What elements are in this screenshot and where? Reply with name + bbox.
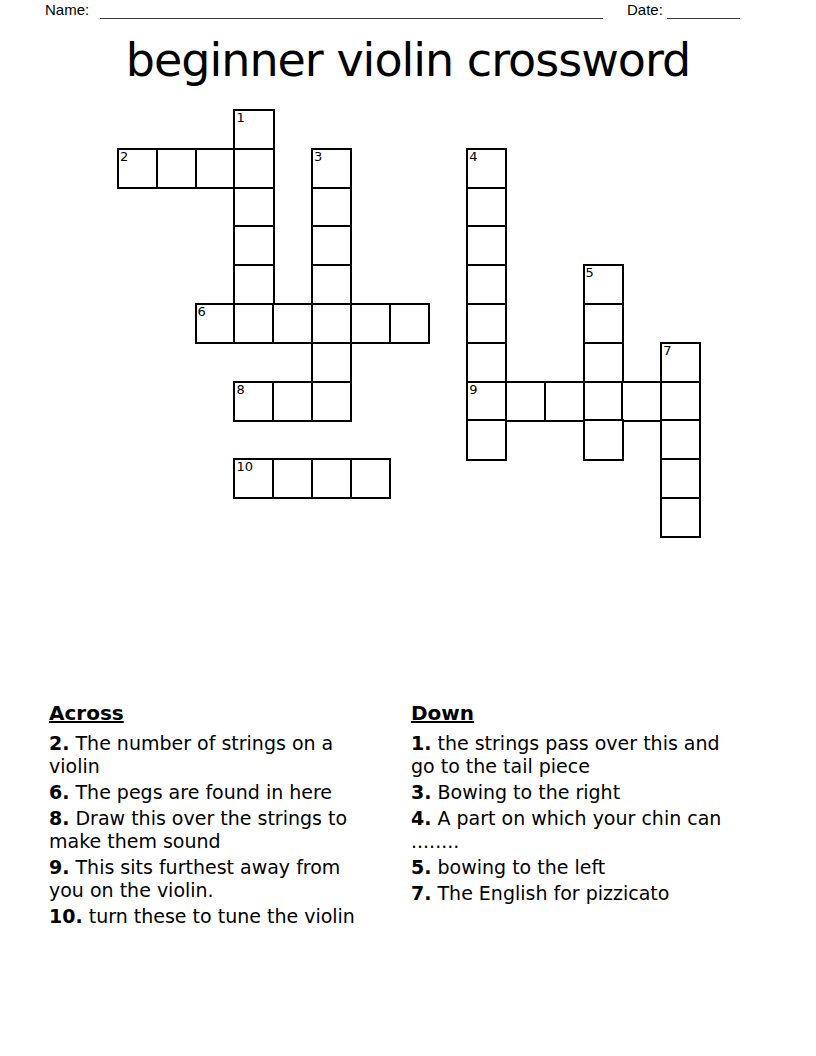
grid-cell-r9c5[interactable] xyxy=(311,458,352,499)
grid-cell-r4c12[interactable]: 5 xyxy=(583,264,624,305)
clue-number: 7. xyxy=(411,882,431,904)
across-clues-section: Across 2. The number of strings on a vio… xyxy=(49,701,381,931)
grid-cell-r6c5[interactable] xyxy=(311,342,352,383)
cell-number-5: 5 xyxy=(586,265,594,280)
across-clue-8: 8. Draw this over the strings to make th… xyxy=(49,807,381,853)
cell-number-3: 3 xyxy=(314,149,322,164)
cell-number-9: 9 xyxy=(469,382,477,397)
cell-number-4: 4 xyxy=(469,149,477,164)
cell-number-7: 7 xyxy=(663,343,671,358)
grid-cell-r9c14[interactable] xyxy=(660,458,701,499)
grid-cell-r6c12[interactable] xyxy=(583,342,624,383)
grid-cell-r2c3[interactable] xyxy=(233,187,274,228)
down-clue-list: 1. the strings pass over this and go to … xyxy=(411,732,723,905)
grid-cell-r7c9[interactable]: 9 xyxy=(466,381,507,422)
date-input-line[interactable] xyxy=(667,15,740,19)
clue-number: 10. xyxy=(49,905,83,927)
grid-cell-r3c3[interactable] xyxy=(233,225,274,266)
grid-cell-r2c5[interactable] xyxy=(311,187,352,228)
name-input-line[interactable] xyxy=(100,15,603,19)
grid-cell-r5c12[interactable] xyxy=(583,303,624,344)
grid-cell-r8c14[interactable] xyxy=(660,419,701,460)
down-heading: Down xyxy=(411,701,723,725)
grid-cell-r1c2[interactable] xyxy=(195,148,236,189)
grid-cell-r7c11[interactable] xyxy=(544,381,585,422)
clue-number: 9. xyxy=(49,856,69,878)
grid-cell-r7c5[interactable] xyxy=(311,381,352,422)
down-clues-section: Down 1. the strings pass over this and g… xyxy=(411,701,723,908)
grid-cell-r5c4[interactable] xyxy=(272,303,313,344)
down-clue-3: 3. Bowing to the right xyxy=(411,781,723,804)
grid-cell-r8c9[interactable] xyxy=(466,419,507,460)
grid-cell-r3c9[interactable] xyxy=(466,225,507,266)
across-clue-9: 9. This sits furthest away from you on t… xyxy=(49,856,381,902)
clue-number: 6. xyxy=(49,781,69,803)
cell-number-8: 8 xyxy=(236,382,244,397)
grid-cell-r7c3[interactable]: 8 xyxy=(233,381,274,422)
clue-number: 8. xyxy=(49,807,69,829)
clue-number: 2. xyxy=(49,732,69,754)
grid-cell-r1c1[interactable] xyxy=(156,148,197,189)
grid-cell-r6c9[interactable] xyxy=(466,342,507,383)
grid-cell-r10c14[interactable] xyxy=(660,497,701,538)
grid-cell-r1c9[interactable]: 4 xyxy=(466,148,507,189)
grid-cell-r1c5[interactable]: 3 xyxy=(311,148,352,189)
across-clue-6: 6. The pegs are found in here xyxy=(49,781,381,804)
cell-number-2: 2 xyxy=(120,149,128,164)
grid-cell-r9c4[interactable] xyxy=(272,458,313,499)
grid-cell-r0c3[interactable]: 1 xyxy=(233,109,274,150)
clue-number: 1. xyxy=(411,732,431,754)
grid-cell-r1c3[interactable] xyxy=(233,148,274,189)
across-clue-10: 10. turn these to tune the violin xyxy=(49,905,381,928)
grid-cell-r4c3[interactable] xyxy=(233,264,274,305)
grid-cell-r5c6[interactable] xyxy=(350,303,391,344)
grid-cell-r3c5[interactable] xyxy=(311,225,352,266)
down-clue-5: 5. bowing to the left xyxy=(411,856,723,879)
date-label: Date: xyxy=(627,1,663,18)
clue-number: 4. xyxy=(411,807,431,829)
cell-number-1: 1 xyxy=(236,110,244,125)
grid-cell-r9c6[interactable] xyxy=(350,458,391,499)
grid-cell-r7c12[interactable] xyxy=(583,381,624,422)
clue-number: 3. xyxy=(411,781,431,803)
grid-cell-r4c9[interactable] xyxy=(466,264,507,305)
grid-cell-r2c9[interactable] xyxy=(466,187,507,228)
grid-cell-r4c5[interactable] xyxy=(311,264,352,305)
grid-cell-r7c10[interactable] xyxy=(505,381,546,422)
across-clue-2: 2. The number of strings on a violin xyxy=(49,732,381,778)
grid-cell-r9c3[interactable]: 10 xyxy=(233,458,274,499)
cell-number-10: 10 xyxy=(236,459,253,474)
grid-cell-r8c12[interactable] xyxy=(583,419,624,460)
grid-cell-r1c0[interactable]: 2 xyxy=(117,148,158,189)
grid-cell-r5c2[interactable]: 6 xyxy=(195,303,236,344)
across-clue-list: 2. The number of strings on a violin6. T… xyxy=(49,732,381,928)
grid-cell-r5c3[interactable] xyxy=(233,303,274,344)
crossword-grid: 12345678910 xyxy=(117,109,701,539)
down-clue-7: 7. The English for pizzicato xyxy=(411,882,723,905)
down-clue-1: 1. the strings pass over this and go to … xyxy=(411,732,723,778)
grid-cell-r6c14[interactable]: 7 xyxy=(660,342,701,383)
clue-number: 5. xyxy=(411,856,431,878)
cell-number-6: 6 xyxy=(198,304,206,319)
grid-cell-r7c14[interactable] xyxy=(660,381,701,422)
grid-cell-r5c5[interactable] xyxy=(311,303,352,344)
name-label: Name: xyxy=(45,1,89,18)
grid-cell-r7c13[interactable] xyxy=(621,381,662,422)
grid-cell-r7c4[interactable] xyxy=(272,381,313,422)
crossword-worksheet: Name: Date: beginner violin crossword 12… xyxy=(0,0,816,1056)
grid-cell-r5c7[interactable] xyxy=(389,303,430,344)
page-title: beginner violin crossword xyxy=(0,32,816,88)
across-heading: Across xyxy=(49,701,381,725)
down-clue-4: 4. A part on which your chin can .......… xyxy=(411,807,723,853)
grid-cell-r5c9[interactable] xyxy=(466,303,507,344)
